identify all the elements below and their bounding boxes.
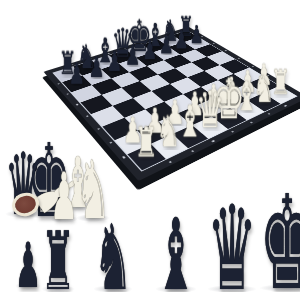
lineup-black-queen: ♛: [204, 191, 260, 292]
chess-set-photo: ♜♞♝♛♚♝♞♜♟♟♟♟♟♟♟♟♟♟♟♟♟♟♟♟♜♞♝♛♚♝♞♜ ♛♚♟♝♞♟♟…: [0, 0, 300, 292]
lineup-black-knight: ♞: [91, 213, 134, 292]
lineup-black-bishop: ♝: [152, 206, 199, 292]
black-p-f7: ♟: [158, 32, 175, 58]
black-p-a7: ♟: [67, 59, 86, 88]
lineup-black-rook: ♜: [39, 221, 77, 292]
black-p-d7: ♟: [124, 42, 141, 69]
white-r-a1: ♜: [133, 122, 159, 163]
black-p-g7: ♟: [173, 27, 189, 52]
black-p-e7: ♟: [141, 37, 158, 63]
black-p-h7: ♟: [189, 22, 205, 47]
black-p-c7: ♟: [106, 47, 124, 75]
black-p-b7: ♟: [87, 53, 105, 81]
lineup-black-king: ♚: [256, 179, 300, 292]
